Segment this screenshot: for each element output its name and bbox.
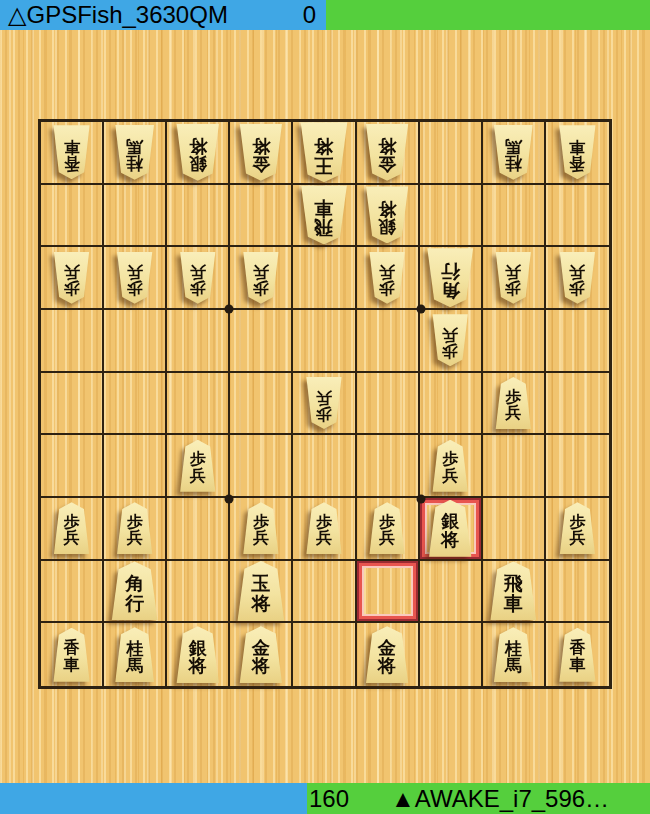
piece-kanji: 歩兵	[127, 263, 143, 296]
piece-knight-gote[interactable]: 桂馬	[491, 125, 535, 180]
piece-bishop-gote[interactable]: 角行	[424, 248, 476, 307]
star-point	[416, 495, 425, 504]
cell-5d[interactable]	[293, 310, 356, 373]
piece-face: 角行	[424, 248, 476, 307]
cell-4i[interactable]: 金将	[357, 623, 420, 686]
piece-face: 王将	[297, 122, 350, 182]
piece-face: 香車	[557, 125, 598, 179]
cell-5e[interactable]: 歩兵	[293, 373, 356, 436]
piece-kanji: 銀将	[189, 136, 207, 173]
piece-face: 歩兵	[367, 252, 407, 304]
piece-kanji: 歩兵	[64, 263, 80, 296]
piece-silver-sente[interactable]: 銀将	[426, 500, 474, 557]
piece-lance-gote[interactable]: 香車	[557, 125, 598, 179]
cell-2d[interactable]	[483, 310, 546, 373]
cell-2g[interactable]	[483, 498, 546, 561]
piece-pawn-gote[interactable]: 歩兵	[178, 252, 218, 304]
piece-face: 歩兵	[52, 502, 92, 554]
cell-8h[interactable]: 角行	[104, 561, 167, 624]
cell-8a[interactable]: 桂馬	[104, 122, 167, 185]
piece-kanji: 歩兵	[569, 514, 585, 547]
piece-pawn-sente[interactable]: 歩兵	[304, 502, 344, 554]
cell-8g[interactable]: 歩兵	[104, 498, 167, 561]
cell-5a[interactable]: 王将	[293, 122, 356, 185]
piece-silver-gote[interactable]: 銀将	[363, 186, 411, 243]
piece-kanji: 歩兵	[190, 451, 206, 484]
piece-face: 金将	[237, 124, 285, 181]
cell-5c[interactable]	[293, 247, 356, 310]
piece-rook-sente[interactable]: 飛車	[487, 561, 539, 620]
cell-6g[interactable]: 歩兵	[230, 498, 293, 561]
sente-player-bar: 160 ▲AWAKE_i7_596…	[0, 783, 650, 814]
piece-face: 飛車	[487, 561, 539, 620]
piece-kanji: 香車	[569, 138, 585, 171]
piece-face: 歩兵	[304, 502, 344, 554]
piece-kanji: 銀将	[441, 512, 459, 549]
cell-1d[interactable]	[546, 310, 609, 373]
piece-face: 歩兵	[115, 252, 155, 304]
cell-3g[interactable]: 銀将	[420, 498, 483, 561]
piece-kanji: 香車	[64, 138, 80, 171]
gote-player-bar: △GPSFish_3630QM 0	[0, 0, 650, 30]
piece-kanji: 歩兵	[64, 514, 80, 547]
cell-3i[interactable]	[420, 623, 483, 686]
piece-kanji: 桂馬	[126, 640, 143, 675]
cell-1b[interactable]	[546, 185, 609, 248]
cell-4h[interactable]	[357, 561, 420, 624]
piece-face: 歩兵	[241, 502, 281, 554]
gote-info-segment: △GPSFish_3630QM 0	[0, 0, 326, 30]
piece-kanji: 歩兵	[569, 263, 585, 296]
cell-6a[interactable]: 金将	[230, 122, 293, 185]
cell-9f[interactable]	[41, 435, 104, 498]
cell-1c[interactable]: 歩兵	[546, 247, 609, 310]
cell-2f[interactable]	[483, 435, 546, 498]
piece-pawn-sente[interactable]: 歩兵	[115, 502, 155, 554]
cell-8f[interactable]	[104, 435, 167, 498]
cell-1f[interactable]	[546, 435, 609, 498]
piece-pawn-gote[interactable]: 歩兵	[493, 252, 533, 304]
piece-kanji: 飛車	[314, 198, 333, 237]
piece-kanji: 飛車	[504, 574, 523, 613]
piece-gold-sente[interactable]: 金将	[363, 626, 411, 683]
piece-kanji: 銀将	[189, 639, 207, 676]
cell-5g[interactable]: 歩兵	[293, 498, 356, 561]
cell-2a[interactable]: 桂馬	[483, 122, 546, 185]
cell-6e[interactable]	[230, 373, 293, 436]
piece-pawn-gote[interactable]: 歩兵	[241, 252, 281, 304]
piece-pawn-gote[interactable]: 歩兵	[115, 252, 155, 304]
piece-kanji: 桂馬	[505, 137, 522, 172]
cell-9a[interactable]: 香車	[41, 122, 104, 185]
cell-5f[interactable]	[293, 435, 356, 498]
piece-pawn-sente[interactable]: 歩兵	[241, 502, 281, 554]
piece-face: 歩兵	[493, 377, 533, 429]
piece-face: 角行	[109, 561, 161, 620]
piece-kanji: 銀将	[378, 199, 396, 236]
cell-7f[interactable]: 歩兵	[167, 435, 230, 498]
piece-pawn-sente[interactable]: 歩兵	[557, 502, 597, 554]
cell-8b[interactable]	[104, 185, 167, 248]
piece-lance-gote[interactable]: 香車	[51, 125, 92, 179]
cell-4g[interactable]: 歩兵	[357, 498, 420, 561]
piece-kanji: 歩兵	[253, 263, 269, 296]
piece-pawn-gote[interactable]: 歩兵	[557, 252, 597, 304]
cell-9c[interactable]: 歩兵	[41, 247, 104, 310]
shogi-app-screen: △GPSFish_3630QM 0 香車桂馬銀将金将王将金将桂馬香車飛車銀将歩兵…	[0, 0, 650, 814]
cell-9e[interactable]	[41, 373, 104, 436]
cell-2e[interactable]: 歩兵	[483, 373, 546, 436]
cell-7c[interactable]: 歩兵	[167, 247, 230, 310]
piece-face: 歩兵	[367, 502, 407, 554]
piece-face: 歩兵	[493, 252, 533, 304]
piece-pawn-sente[interactable]: 歩兵	[367, 502, 407, 554]
cell-4e[interactable]	[357, 373, 420, 436]
piece-rook-gote[interactable]: 飛車	[298, 185, 350, 244]
piece-gold-sente[interactable]: 金将	[237, 626, 285, 683]
piece-pawn-gote[interactable]: 歩兵	[52, 252, 92, 304]
piece-face: 歩兵	[178, 440, 218, 492]
piece-kanji: 歩兵	[316, 514, 332, 547]
piece-pawn-sente[interactable]: 歩兵	[430, 440, 470, 492]
piece-kanji: 香車	[569, 640, 585, 673]
piece-knight-sente[interactable]: 桂馬	[491, 627, 535, 682]
piece-kanji: 歩兵	[379, 263, 395, 296]
piece-face: 銀将	[174, 124, 222, 181]
cell-7h[interactable]	[167, 561, 230, 624]
piece-king-sente[interactable]: 玉将	[234, 561, 287, 621]
piece-kanji: 歩兵	[505, 263, 521, 296]
piece-kanji: 金将	[378, 639, 396, 676]
piece-kanji: 玉将	[251, 574, 270, 613]
piece-face: 歩兵	[52, 252, 92, 304]
piece-knight-sente[interactable]: 桂馬	[113, 627, 157, 682]
cell-6c[interactable]: 歩兵	[230, 247, 293, 310]
piece-face: 銀将	[174, 626, 222, 683]
piece-kanji: 金将	[252, 136, 270, 173]
piece-face: 金将	[237, 626, 285, 683]
cell-8d[interactable]	[104, 310, 167, 373]
cell-2b[interactable]	[483, 185, 546, 248]
piece-silver-sente[interactable]: 銀将	[174, 626, 222, 683]
piece-kanji: 金将	[378, 136, 396, 173]
piece-kanji: 角行	[441, 261, 460, 300]
gote-value: 0	[303, 0, 316, 30]
piece-face: 桂馬	[491, 125, 535, 180]
piece-kanji: 王将	[314, 136, 333, 175]
cell-7b[interactable]	[167, 185, 230, 248]
cell-6d[interactable]	[230, 310, 293, 373]
piece-face: 歩兵	[241, 252, 281, 304]
cell-1a[interactable]: 香車	[546, 122, 609, 185]
piece-face: 香車	[51, 628, 92, 682]
piece-pawn-gote[interactable]: 歩兵	[367, 252, 407, 304]
cell-7i[interactable]: 銀将	[167, 623, 230, 686]
cell-3b[interactable]	[420, 185, 483, 248]
cell-7e[interactable]	[167, 373, 230, 436]
cell-3f[interactable]: 歩兵	[420, 435, 483, 498]
piece-kanji: 角行	[125, 574, 144, 613]
cell-5h[interactable]	[293, 561, 356, 624]
cell-7g[interactable]	[167, 498, 230, 561]
piece-kanji: 歩兵	[253, 514, 269, 547]
piece-kanji: 歩兵	[505, 389, 521, 422]
star-point	[225, 305, 234, 314]
piece-pawn-sente[interactable]: 歩兵	[52, 502, 92, 554]
piece-face: 歩兵	[430, 440, 470, 492]
piece-kanji: 香車	[64, 640, 80, 673]
star-point	[225, 495, 234, 504]
piece-pawn-sente[interactable]: 歩兵	[493, 377, 533, 429]
cell-7d[interactable]	[167, 310, 230, 373]
cell-1e[interactable]	[546, 373, 609, 436]
cell-2h[interactable]: 飛車	[483, 561, 546, 624]
cell-9h[interactable]	[41, 561, 104, 624]
piece-face: 桂馬	[113, 125, 157, 180]
cell-3c[interactable]: 角行	[420, 247, 483, 310]
cell-7a[interactable]: 銀将	[167, 122, 230, 185]
cell-1h[interactable]	[546, 561, 609, 624]
cell-4b[interactable]: 銀将	[357, 185, 420, 248]
cell-4d[interactable]	[357, 310, 420, 373]
piece-face: 金将	[363, 124, 411, 181]
piece-face: 桂馬	[491, 627, 535, 682]
cell-4c[interactable]: 歩兵	[357, 247, 420, 310]
piece-pawn-sente[interactable]: 歩兵	[178, 440, 218, 492]
piece-face: 歩兵	[115, 502, 155, 554]
cell-4a[interactable]: 金将	[357, 122, 420, 185]
cell-2i[interactable]: 桂馬	[483, 623, 546, 686]
cell-3e[interactable]	[420, 373, 483, 436]
cell-9g[interactable]: 歩兵	[41, 498, 104, 561]
cell-2c[interactable]: 歩兵	[483, 247, 546, 310]
cell-9d[interactable]	[41, 310, 104, 373]
piece-face: 歩兵	[557, 502, 597, 554]
piece-gold-gote[interactable]: 金将	[237, 124, 285, 181]
piece-face: 歩兵	[430, 314, 470, 366]
piece-bishop-sente[interactable]: 角行	[109, 561, 161, 620]
cell-1i[interactable]: 香車	[546, 623, 609, 686]
piece-kanji: 歩兵	[190, 263, 206, 296]
piece-kanji: 桂馬	[126, 137, 143, 172]
piece-kanji: 歩兵	[127, 514, 143, 547]
piece-face: 歩兵	[557, 252, 597, 304]
piece-gold-gote[interactable]: 金将	[363, 124, 411, 181]
piece-face: 玉将	[234, 561, 287, 621]
piece-kanji: 歩兵	[442, 326, 458, 359]
cell-4f[interactable]	[357, 435, 420, 498]
cell-9i[interactable]: 香車	[41, 623, 104, 686]
cell-8c[interactable]: 歩兵	[104, 247, 167, 310]
shogi-board: 香車桂馬銀将金将王将金将桂馬香車飛車銀将歩兵歩兵歩兵歩兵歩兵角行歩兵歩兵歩兵歩兵…	[38, 119, 612, 689]
cell-6b[interactable]	[230, 185, 293, 248]
cell-8i[interactable]: 桂馬	[104, 623, 167, 686]
cell-3d[interactable]: 歩兵	[420, 310, 483, 373]
piece-face: 銀将	[426, 500, 474, 557]
sente-info-segment: 160 ▲AWAKE_i7_596…	[307, 783, 650, 814]
cell-6h[interactable]: 玉将	[230, 561, 293, 624]
cell-3a[interactable]	[420, 122, 483, 185]
sente-bar-fill	[0, 783, 307, 814]
piece-pawn-gote[interactable]: 歩兵	[304, 377, 344, 429]
cell-3h[interactable]	[420, 561, 483, 624]
piece-kanji: 歩兵	[379, 514, 395, 547]
piece-kanji: 歩兵	[442, 451, 458, 484]
piece-lance-sente[interactable]: 香車	[557, 628, 598, 682]
piece-lance-sente[interactable]: 香車	[51, 628, 92, 682]
piece-face: 金将	[363, 626, 411, 683]
piece-face: 香車	[557, 628, 598, 682]
piece-kanji: 歩兵	[316, 389, 332, 422]
cell-6f[interactable]	[230, 435, 293, 498]
piece-face: 歩兵	[304, 377, 344, 429]
piece-face: 桂馬	[113, 627, 157, 682]
cell-6i[interactable]: 金将	[230, 623, 293, 686]
piece-kanji: 金将	[252, 639, 270, 676]
piece-king-gote[interactable]: 王将	[297, 122, 350, 182]
cell-9b[interactable]	[41, 185, 104, 248]
piece-silver-gote[interactable]: 銀将	[174, 124, 222, 181]
cell-1g[interactable]: 歩兵	[546, 498, 609, 561]
piece-knight-gote[interactable]: 桂馬	[113, 125, 157, 180]
cell-8e[interactable]	[104, 373, 167, 436]
cell-5b[interactable]: 飛車	[293, 185, 356, 248]
cell-5i[interactable]	[293, 623, 356, 686]
sente-player-label: ▲AWAKE_i7_596…	[391, 784, 609, 814]
piece-face: 飛車	[298, 185, 350, 244]
gote-bar-fill	[326, 0, 650, 30]
gote-player-label: △GPSFish_3630QM	[8, 0, 228, 30]
piece-face: 歩兵	[178, 252, 218, 304]
sente-value: 160	[309, 784, 349, 814]
piece-pawn-gote[interactable]: 歩兵	[430, 314, 470, 366]
piece-face: 銀将	[363, 186, 411, 243]
piece-kanji: 桂馬	[505, 640, 522, 675]
piece-face: 香車	[51, 125, 92, 179]
board-grid: 香車桂馬銀将金将王将金将桂馬香車飛車銀将歩兵歩兵歩兵歩兵歩兵角行歩兵歩兵歩兵歩兵…	[38, 119, 612, 689]
